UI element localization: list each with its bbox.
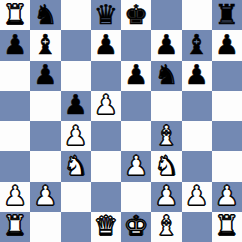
- piece-white-knight[interactable]: ♞: [154, 152, 178, 179]
- piece-white-pawn[interactable]: ♟: [124, 152, 148, 179]
- square-d5[interactable]: ♟: [91, 91, 121, 121]
- square-d7[interactable]: ♟: [91, 30, 121, 60]
- square-b7[interactable]: ♝: [30, 30, 60, 60]
- piece-white-bishop[interactable]: ♝: [154, 212, 178, 239]
- square-h2[interactable]: ♟: [212, 182, 242, 212]
- piece-black-knight[interactable]: ♞: [33, 1, 57, 28]
- square-b2[interactable]: ♟: [30, 182, 60, 212]
- piece-white-rook[interactable]: ♜: [3, 212, 27, 239]
- square-h4[interactable]: [212, 121, 242, 151]
- piece-white-pawn[interactable]: ♟: [215, 182, 239, 209]
- piece-black-pawn[interactable]: ♟: [94, 31, 118, 58]
- square-e6[interactable]: ♟: [121, 61, 151, 91]
- square-d6[interactable]: [91, 61, 121, 91]
- square-a3[interactable]: [0, 151, 30, 181]
- square-c6[interactable]: [61, 61, 91, 91]
- piece-black-pawn[interactable]: ♟: [215, 31, 239, 58]
- square-h5[interactable]: [212, 91, 242, 121]
- square-e4[interactable]: [121, 121, 151, 151]
- square-f7[interactable]: ♟: [151, 30, 181, 60]
- square-e3[interactable]: ♟: [121, 151, 151, 181]
- square-e2[interactable]: [121, 182, 151, 212]
- square-f2[interactable]: ♟: [151, 182, 181, 212]
- square-a5[interactable]: [0, 91, 30, 121]
- square-f3[interactable]: ♞: [151, 151, 181, 181]
- square-h1[interactable]: ♜: [212, 212, 242, 242]
- square-a4[interactable]: [0, 121, 30, 151]
- piece-black-pawn[interactable]: ♟: [33, 61, 57, 88]
- square-d1[interactable]: ♛: [91, 212, 121, 242]
- square-a2[interactable]: ♟: [0, 182, 30, 212]
- square-c5[interactable]: ♟: [61, 91, 91, 121]
- piece-black-knight[interactable]: ♞: [154, 61, 178, 88]
- square-h6[interactable]: [212, 61, 242, 91]
- square-d4[interactable]: [91, 121, 121, 151]
- piece-black-pawn[interactable]: ♟: [3, 31, 27, 58]
- piece-white-queen[interactable]: ♛: [94, 212, 118, 239]
- square-g1[interactable]: [182, 212, 212, 242]
- piece-black-pawn[interactable]: ♟: [124, 61, 148, 88]
- square-f1[interactable]: ♝: [151, 212, 181, 242]
- square-f5[interactable]: [151, 91, 181, 121]
- square-f4[interactable]: ♝: [151, 121, 181, 151]
- piece-white-pawn[interactable]: ♟: [154, 182, 178, 209]
- square-c3[interactable]: ♞: [61, 151, 91, 181]
- piece-white-pawn[interactable]: ♟: [64, 122, 88, 149]
- square-f8[interactable]: [151, 0, 181, 30]
- piece-white-pawn[interactable]: ♟: [185, 182, 209, 209]
- square-e5[interactable]: [121, 91, 151, 121]
- square-h7[interactable]: ♟: [212, 30, 242, 60]
- piece-black-queen[interactable]: ♛: [94, 1, 118, 28]
- square-d8[interactable]: ♛: [91, 0, 121, 30]
- piece-white-pawn[interactable]: ♟: [94, 91, 118, 118]
- piece-white-pawn[interactable]: ♟: [3, 182, 27, 209]
- square-g8[interactable]: [182, 0, 212, 30]
- square-g2[interactable]: ♟: [182, 182, 212, 212]
- square-e1[interactable]: ♚: [121, 212, 151, 242]
- square-a6[interactable]: [0, 61, 30, 91]
- piece-white-bishop[interactable]: ♝: [154, 122, 178, 149]
- square-f6[interactable]: ♞: [151, 61, 181, 91]
- piece-black-pawn[interactable]: ♟: [154, 31, 178, 58]
- square-h3[interactable]: [212, 151, 242, 181]
- square-c7[interactable]: [61, 30, 91, 60]
- square-b4[interactable]: [30, 121, 60, 151]
- piece-white-knight[interactable]: ♞: [64, 152, 88, 179]
- square-d3[interactable]: [91, 151, 121, 181]
- piece-white-rook[interactable]: ♜: [3, 1, 27, 28]
- square-e7[interactable]: [121, 30, 151, 60]
- piece-black-rook[interactable]: ♜: [215, 1, 239, 28]
- square-a7[interactable]: ♟: [0, 30, 30, 60]
- square-b5[interactable]: [30, 91, 60, 121]
- square-g4[interactable]: [182, 121, 212, 151]
- square-b8[interactable]: ♞: [30, 0, 60, 30]
- chess-board[interactable]: ♜♞♛♚♜♟♝♟♟♝♟♟♟♞♟♟♟♟♝♞♟♞♟♟♟♟♟♜♛♚♝♜: [0, 0, 242, 242]
- square-g7[interactable]: ♝: [182, 30, 212, 60]
- piece-black-pawn[interactable]: ♟: [64, 91, 88, 118]
- square-g5[interactable]: [182, 91, 212, 121]
- square-a8[interactable]: ♜: [0, 0, 30, 30]
- square-b3[interactable]: [30, 151, 60, 181]
- square-d2[interactable]: [91, 182, 121, 212]
- square-c8[interactable]: [61, 0, 91, 30]
- square-c4[interactable]: ♟: [61, 121, 91, 151]
- piece-black-bishop[interactable]: ♝: [33, 31, 57, 58]
- piece-white-king[interactable]: ♚: [124, 212, 148, 239]
- piece-black-king[interactable]: ♚: [124, 1, 148, 28]
- piece-white-pawn[interactable]: ♟: [33, 182, 57, 209]
- square-c1[interactable]: [61, 212, 91, 242]
- square-b1[interactable]: [30, 212, 60, 242]
- square-g6[interactable]: ♟: [182, 61, 212, 91]
- square-b6[interactable]: ♟: [30, 61, 60, 91]
- piece-white-rook[interactable]: ♜: [215, 212, 239, 239]
- square-c2[interactable]: [61, 182, 91, 212]
- square-e8[interactable]: ♚: [121, 0, 151, 30]
- piece-black-pawn[interactable]: ♟: [185, 61, 209, 88]
- square-h8[interactable]: ♜: [212, 0, 242, 30]
- square-g3[interactable]: [182, 151, 212, 181]
- piece-black-bishop[interactable]: ♝: [185, 31, 209, 58]
- square-a1[interactable]: ♜: [0, 212, 30, 242]
